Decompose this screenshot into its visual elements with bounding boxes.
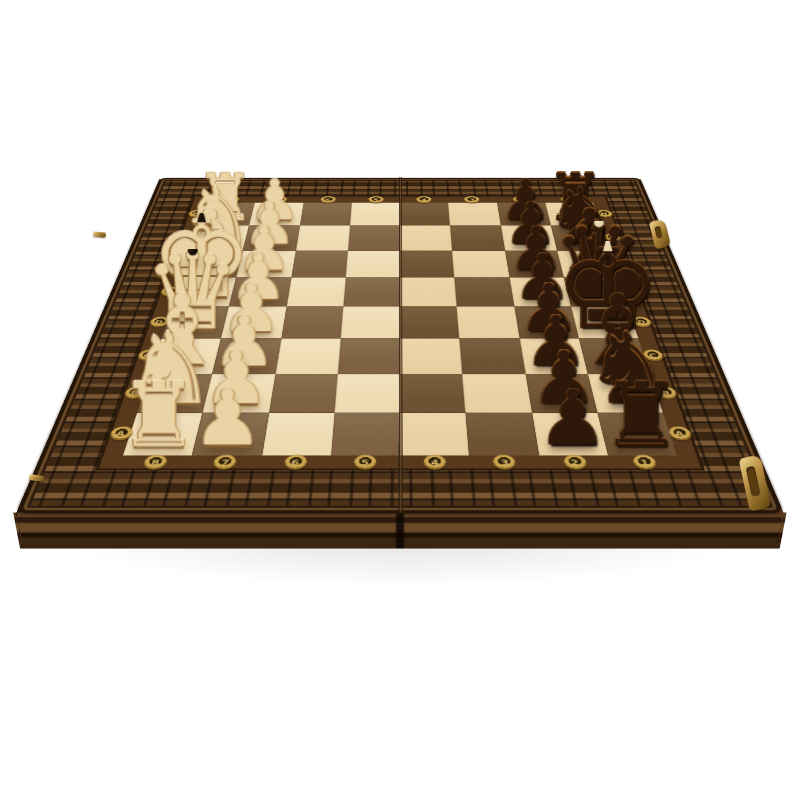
coord-front-2: 2 [562,454,588,469]
finial-tip [602,234,614,251]
black-rook[interactable]: ♜ [601,379,681,450]
square-a1[interactable]: ♜ [597,413,677,456]
coord-front-5: 5 [353,454,376,469]
finial-tip [187,245,197,255]
square-a7[interactable]: ♟ [192,413,268,456]
perspective-scene: ♜♟♟♜♞♟♟♞♝♟♟♝♚♟♟♛♛♟♟♚♝♟♟♝♞♟♟♞♜♟♟♜ HH88GG7… [0,0,800,800]
coord-back-3: 3 [464,196,480,203]
finial-tip [196,207,207,223]
coord-back-6: 6 [320,196,336,203]
square-a2[interactable]: ♟ [531,413,607,456]
carved-board-frame: ♜♟♟♜♞♟♟♞♝♟♟♝♚♟♟♛♛♟♟♚♝♟♟♝♞♟♟♞♜♟♟♜ HH88GG7… [16,178,784,514]
square-a8[interactable]: ♜ [123,413,203,456]
coord-front-3: 3 [493,454,517,469]
coord-front-6: 6 [283,454,307,469]
photo-stage: ♜♟♟♜♞♟♟♞♝♟♟♝♚♟♟♛♛♟♟♚♝♟♟♝♞♟♟♞♜♟♟♜ HH88GG7… [0,0,800,800]
coord-front-4: 4 [423,454,446,469]
white-rook[interactable]: ♜ [119,379,199,450]
coord-front-1: 1 [631,454,658,469]
chess-board: ♜♟♟♜♞♟♟♞♝♟♟♝♚♟♟♛♛♟♟♚♝♟♟♝♞♟♟♞♜♟♟♜ HH88GG7… [16,178,784,514]
coord-back-5: 5 [368,196,384,203]
coord-front-7: 7 [212,454,238,469]
white-pawn[interactable]: ♟ [193,389,262,451]
coord-front-8: 8 [142,454,169,469]
black-pawn[interactable]: ♟ [537,389,606,451]
board-front-edge [13,512,787,548]
coord-back-4: 4 [416,196,432,203]
